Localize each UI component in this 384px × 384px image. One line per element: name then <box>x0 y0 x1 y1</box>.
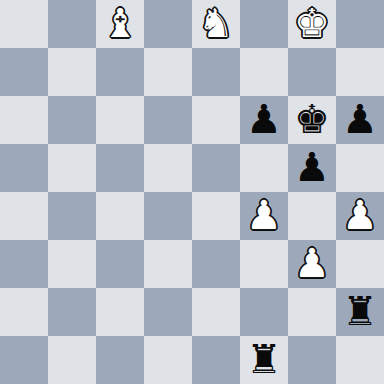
square-f5[interactable] <box>240 144 288 192</box>
piece-black-pawn[interactable]: ♟ <box>246 99 282 139</box>
square-h1[interactable] <box>336 336 384 384</box>
square-h5[interactable] <box>336 144 384 192</box>
square-c8[interactable]: ♝ <box>96 0 144 48</box>
square-f4[interactable]: ♟ <box>240 192 288 240</box>
square-e4[interactable] <box>192 192 240 240</box>
square-g6[interactable]: ♚ <box>288 96 336 144</box>
square-g5[interactable]: ♟ <box>288 144 336 192</box>
square-c6[interactable] <box>96 96 144 144</box>
square-e6[interactable] <box>192 96 240 144</box>
square-e2[interactable] <box>192 288 240 336</box>
square-c3[interactable] <box>96 240 144 288</box>
square-e7[interactable] <box>192 48 240 96</box>
square-g7[interactable] <box>288 48 336 96</box>
square-f2[interactable] <box>240 288 288 336</box>
square-d3[interactable] <box>144 240 192 288</box>
square-d6[interactable] <box>144 96 192 144</box>
square-c7[interactable] <box>96 48 144 96</box>
piece-white-knight[interactable]: ♞ <box>198 3 234 43</box>
square-h3[interactable] <box>336 240 384 288</box>
square-d5[interactable] <box>144 144 192 192</box>
square-e8[interactable]: ♞ <box>192 0 240 48</box>
square-b8[interactable] <box>48 0 96 48</box>
square-b5[interactable] <box>48 144 96 192</box>
square-h8[interactable] <box>336 0 384 48</box>
square-f7[interactable] <box>240 48 288 96</box>
square-a8[interactable] <box>0 0 48 48</box>
piece-white-bishop[interactable]: ♝ <box>102 3 138 43</box>
piece-black-rook[interactable]: ♜ <box>246 339 282 379</box>
square-b6[interactable] <box>48 96 96 144</box>
square-f8[interactable] <box>240 0 288 48</box>
piece-black-king[interactable]: ♚ <box>294 99 330 139</box>
square-a5[interactable] <box>0 144 48 192</box>
square-b4[interactable] <box>48 192 96 240</box>
piece-black-pawn[interactable]: ♟ <box>342 99 378 139</box>
square-g4[interactable] <box>288 192 336 240</box>
square-e3[interactable] <box>192 240 240 288</box>
square-g1[interactable] <box>288 336 336 384</box>
square-f6[interactable]: ♟ <box>240 96 288 144</box>
square-a1[interactable] <box>0 336 48 384</box>
square-a6[interactable] <box>0 96 48 144</box>
square-a3[interactable] <box>0 240 48 288</box>
square-e1[interactable] <box>192 336 240 384</box>
square-f3[interactable] <box>240 240 288 288</box>
piece-black-pawn[interactable]: ♟ <box>294 147 330 187</box>
square-g8[interactable]: ♚ <box>288 0 336 48</box>
square-g3[interactable]: ♟ <box>288 240 336 288</box>
square-h2[interactable]: ♜ <box>336 288 384 336</box>
square-d2[interactable] <box>144 288 192 336</box>
piece-white-king[interactable]: ♚ <box>294 3 330 43</box>
square-h6[interactable]: ♟ <box>336 96 384 144</box>
square-b7[interactable] <box>48 48 96 96</box>
square-c4[interactable] <box>96 192 144 240</box>
square-d4[interactable] <box>144 192 192 240</box>
square-b3[interactable] <box>48 240 96 288</box>
piece-white-pawn[interactable]: ♟ <box>294 243 330 283</box>
square-c5[interactable] <box>96 144 144 192</box>
square-a2[interactable] <box>0 288 48 336</box>
square-h7[interactable] <box>336 48 384 96</box>
square-d1[interactable] <box>144 336 192 384</box>
square-c2[interactable] <box>96 288 144 336</box>
square-d7[interactable] <box>144 48 192 96</box>
piece-black-rook[interactable]: ♜ <box>342 291 378 331</box>
square-h4[interactable]: ♟ <box>336 192 384 240</box>
square-a4[interactable] <box>0 192 48 240</box>
piece-white-pawn[interactable]: ♟ <box>246 195 282 235</box>
square-d8[interactable] <box>144 0 192 48</box>
square-a7[interactable] <box>0 48 48 96</box>
piece-white-pawn[interactable]: ♟ <box>342 195 378 235</box>
square-b1[interactable] <box>48 336 96 384</box>
square-e5[interactable] <box>192 144 240 192</box>
square-f1[interactable]: ♜ <box>240 336 288 384</box>
square-c1[interactable] <box>96 336 144 384</box>
square-b2[interactable] <box>48 288 96 336</box>
chess-board: ♝♞♚♟♚♟♟♟♟♟♜♜ <box>0 0 384 384</box>
square-g2[interactable] <box>288 288 336 336</box>
